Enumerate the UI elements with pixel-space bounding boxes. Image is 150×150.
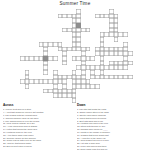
down-header: Down	[77, 104, 149, 108]
clue-item: 27. Drink made from tea and ice	[77, 148, 149, 150]
down-clues-column: Down 1. The star that heats the earth2. …	[77, 104, 149, 150]
across-clues-column: Across 1. Frozen treat sold on a stick4.…	[3, 104, 74, 150]
puzzle-title: Summer Time	[0, 1, 150, 6]
grid-gap	[128, 98, 133, 103]
clues-section: Across 1. Frozen treat sold on a stick4.…	[3, 104, 149, 150]
across-header: Across	[3, 104, 74, 108]
down-clues-list: 1. The star that heats the earth2. Shade…	[77, 108, 149, 150]
crossword-grid	[20, 9, 133, 103]
clue-item: 23. Big red fruit eaten in slices	[3, 145, 74, 148]
across-clues-list: 1. Frozen treat sold on a stick4. A frui…	[3, 108, 74, 148]
